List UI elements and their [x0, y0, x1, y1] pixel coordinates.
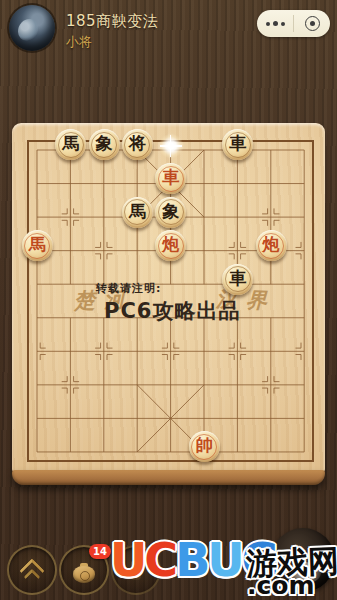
piece-character: 車 [229, 135, 246, 152]
piece-character: 象 [96, 135, 113, 152]
more-button[interactable] [257, 10, 293, 37]
black-piece-将[interactable]: 将 [122, 129, 153, 160]
level-title: 185商鞅变法 [66, 12, 158, 31]
black-piece-車[interactable]: 車 [222, 129, 253, 160]
piece-character: 馬 [129, 203, 146, 220]
sleeping-cat-ball[interactable] [271, 528, 335, 592]
chevron-up-icon [23, 562, 41, 583]
piece-character: 将 [129, 135, 146, 152]
red-piece-車[interactable]: 車 [155, 163, 186, 194]
collapse-button[interactable] [7, 545, 57, 595]
piece-character: 帥 [196, 437, 213, 454]
tool-button-obscured[interactable] [111, 545, 161, 595]
piece-character: 馬 [62, 135, 79, 152]
red-piece-炮[interactable]: 炮 [256, 230, 287, 261]
target-circle-icon [305, 16, 320, 31]
player-avatar [9, 5, 55, 51]
exit-button[interactable] [294, 10, 330, 37]
black-piece-馬[interactable]: 馬 [55, 129, 86, 160]
red-piece-炮[interactable]: 炮 [155, 230, 186, 261]
black-piece-象[interactable]: 象 [155, 197, 186, 228]
piece-character: 車 [229, 270, 246, 287]
black-piece-車[interactable]: 車 [222, 264, 253, 295]
piece-character: 炮 [162, 236, 179, 253]
coin-badge: 14 [89, 544, 111, 559]
black-piece-象[interactable]: 象 [89, 129, 120, 160]
site-letter: U [207, 533, 241, 587]
money-bag-icon [72, 559, 96, 583]
red-piece-馬[interactable]: 馬 [22, 230, 53, 261]
rank-label: 小将 [66, 33, 92, 51]
red-piece-帥[interactable]: 帥 [189, 431, 220, 462]
obscured-icon [131, 560, 141, 580]
piece-character: 馬 [29, 236, 46, 253]
piece-character: 車 [162, 169, 179, 186]
more-dots-icon [266, 21, 285, 26]
site-letter: B [175, 533, 207, 587]
piece-character: 象 [162, 203, 179, 220]
piece-grid: 馬象将車車馬象馬炮炮車帥 [21, 133, 322, 469]
black-piece-馬[interactable]: 馬 [122, 197, 153, 228]
wechat-capsule[interactable] [257, 10, 330, 37]
piece-character: 炮 [263, 236, 280, 253]
board-front-edge [12, 470, 325, 485]
